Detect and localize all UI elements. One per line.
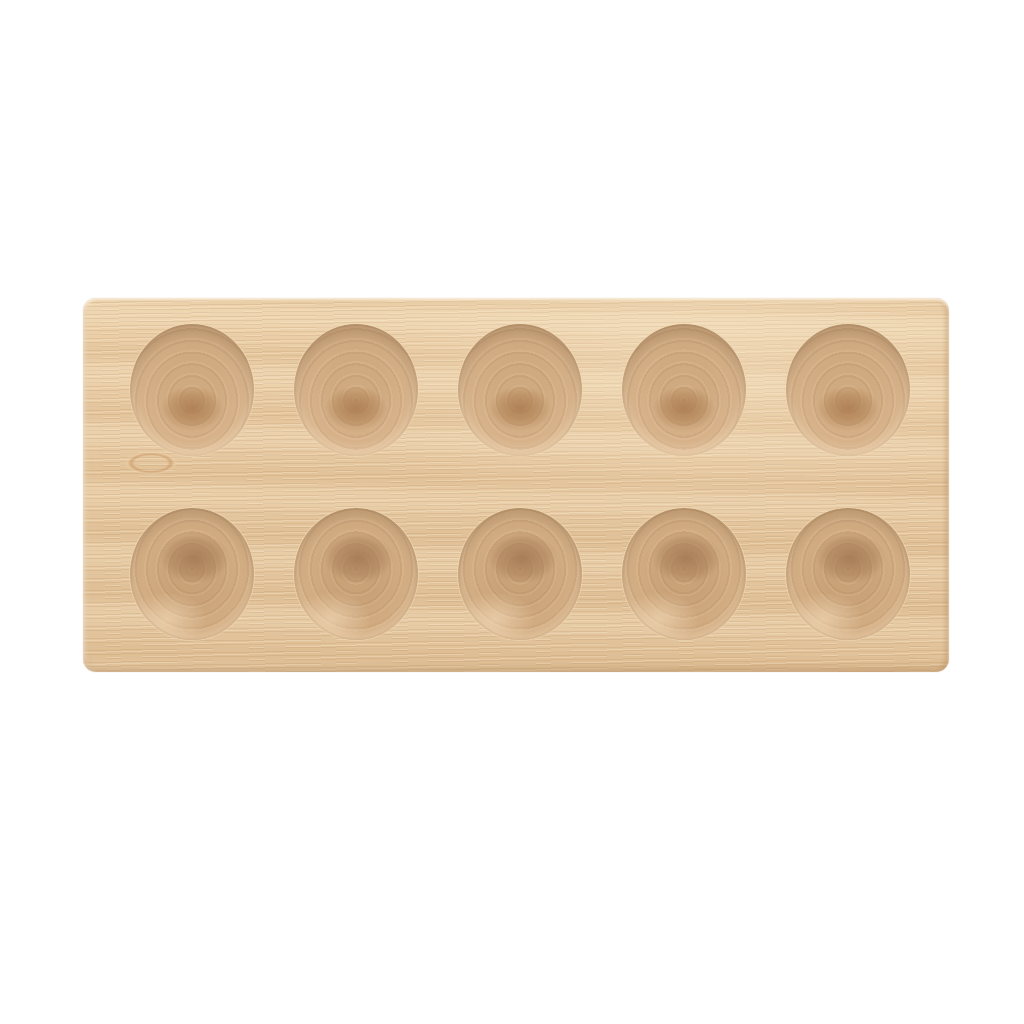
pit-r2-c2[interactable]	[294, 508, 418, 640]
pit-r1-c4[interactable]	[622, 324, 746, 456]
pit-r2-c4[interactable]	[622, 508, 746, 640]
pit-r2-c3[interactable]	[458, 508, 582, 640]
pit-r1-c5[interactable]	[786, 324, 910, 456]
pit-r1-c1[interactable]	[130, 324, 254, 456]
pit-r2-c1[interactable]	[130, 508, 254, 640]
pit-r2-c5[interactable]	[786, 508, 910, 640]
product-photo-background	[0, 0, 1024, 1024]
mancala-board	[83, 298, 949, 672]
pit-r1-c3[interactable]	[458, 324, 582, 456]
pit-r1-c2[interactable]	[294, 324, 418, 456]
